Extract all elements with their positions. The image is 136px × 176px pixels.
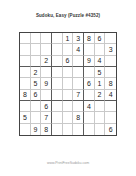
cell-r7c4-empty <box>52 101 63 112</box>
cell-r5c6-empty <box>73 78 84 89</box>
cell-r1c3-empty <box>41 33 52 44</box>
cell-r8c7-empty <box>84 112 95 123</box>
cell-r5c3-given-9: 9 <box>41 78 52 89</box>
cell-r9c9-given-6: 6 <box>105 124 116 135</box>
cell-r7c9-empty <box>105 101 116 112</box>
cell-r1c6-given-3: 3 <box>73 33 84 44</box>
cell-r6c4-empty <box>52 90 63 101</box>
cell-r3c5-given-6: 6 <box>63 56 74 67</box>
cell-r2c8-empty <box>95 44 106 55</box>
cell-r4c5-empty <box>63 67 74 78</box>
cell-r6c5-empty <box>63 90 74 101</box>
cell-r1c8-given-6: 6 <box>95 33 106 44</box>
cell-r2c1-empty <box>20 44 31 55</box>
cell-r3c3-given-2: 2 <box>41 56 52 67</box>
cell-r3c8-given-4: 4 <box>95 56 106 67</box>
cell-r9c6-empty <box>73 124 84 135</box>
cell-r3c7-given-9: 9 <box>84 56 95 67</box>
cell-r8c6-given-8: 8 <box>73 112 84 123</box>
cell-r8c3-given-7: 7 <box>41 112 52 123</box>
cell-r9c5-empty <box>63 124 74 135</box>
cell-r6c8-given-2: 2 <box>95 90 106 101</box>
cell-r4c9-empty <box>105 67 116 78</box>
cell-r7c5-empty <box>63 101 74 112</box>
cell-r1c7-given-8: 8 <box>84 33 95 44</box>
cell-r7c7-given-4: 4 <box>84 101 95 112</box>
cell-r7c6-empty <box>73 101 84 112</box>
cell-r9c8-empty <box>95 124 106 135</box>
cell-r3c1-empty <box>20 56 31 67</box>
cell-r2c9-given-3: 3 <box>105 44 116 55</box>
cell-r4c1-empty <box>20 67 31 78</box>
footer-url: www.PrintFreeSudoku.com <box>0 161 136 165</box>
cell-r4c3-empty <box>41 67 52 78</box>
cell-r8c8-empty <box>95 112 106 123</box>
cell-r1c2-empty <box>31 33 42 44</box>
cell-r1c9-empty <box>105 33 116 44</box>
sudoku-board: 138643269425596188672464578986 <box>19 32 117 136</box>
cell-r2c2-empty <box>31 44 42 55</box>
cell-r8c4-empty <box>52 112 63 123</box>
cell-r6c3-empty <box>41 90 52 101</box>
cell-r4c6-empty <box>73 67 84 78</box>
cell-r3c6-empty <box>73 56 84 67</box>
cell-r2c6-given-4: 4 <box>73 44 84 55</box>
cell-r9c7-empty <box>84 124 95 135</box>
cell-r7c3-given-6: 6 <box>41 101 52 112</box>
cell-r6c2-given-6: 6 <box>31 90 42 101</box>
cell-r6c1-given-8: 8 <box>20 90 31 101</box>
cell-r1c1-empty <box>20 33 31 44</box>
cell-r5c4-empty <box>52 78 63 89</box>
cell-r3c9-empty <box>105 56 116 67</box>
cell-r2c7-empty <box>84 44 95 55</box>
cell-r9c2-given-9: 9 <box>31 124 42 135</box>
cell-r1c5-given-1: 1 <box>63 33 74 44</box>
cell-r5c5-empty <box>63 78 74 89</box>
cell-r5c1-empty <box>20 78 31 89</box>
page-title: Sudoku, Easy (Puzzle #4352) <box>0 13 136 18</box>
cell-r7c2-empty <box>31 101 42 112</box>
cell-r3c4-empty <box>52 56 63 67</box>
cell-r9c1-empty <box>20 124 31 135</box>
cell-r8c2-empty <box>31 112 42 123</box>
cell-r2c3-empty <box>41 44 52 55</box>
cell-r5c9-given-8: 8 <box>105 78 116 89</box>
cell-r3c2-empty <box>31 56 42 67</box>
cell-r2c4-empty <box>52 44 63 55</box>
cell-r8c9-empty <box>105 112 116 123</box>
cell-r5c8-given-1: 1 <box>95 78 106 89</box>
cell-r6c7-empty <box>84 90 95 101</box>
cell-r2c5-empty <box>63 44 74 55</box>
cell-r6c9-given-4: 4 <box>105 90 116 101</box>
cell-r5c2-given-5: 5 <box>31 78 42 89</box>
cell-r7c8-empty <box>95 101 106 112</box>
cell-r9c3-given-8: 8 <box>41 124 52 135</box>
cell-r4c2-given-2: 2 <box>31 67 42 78</box>
cell-r8c1-given-5: 5 <box>20 112 31 123</box>
cell-r8c5-empty <box>63 112 74 123</box>
cell-r4c8-given-5: 5 <box>95 67 106 78</box>
cell-r1c4-empty <box>52 33 63 44</box>
cell-r5c7-given-6: 6 <box>84 78 95 89</box>
cell-r4c7-empty <box>84 67 95 78</box>
cell-r7c1-empty <box>20 101 31 112</box>
cell-r9c4-empty <box>52 124 63 135</box>
cell-r4c4-empty <box>52 67 63 78</box>
cell-r6c6-given-7: 7 <box>73 90 84 101</box>
